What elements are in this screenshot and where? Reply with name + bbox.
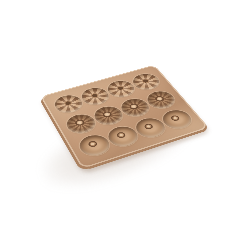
photo-background bbox=[0, 0, 240, 240]
